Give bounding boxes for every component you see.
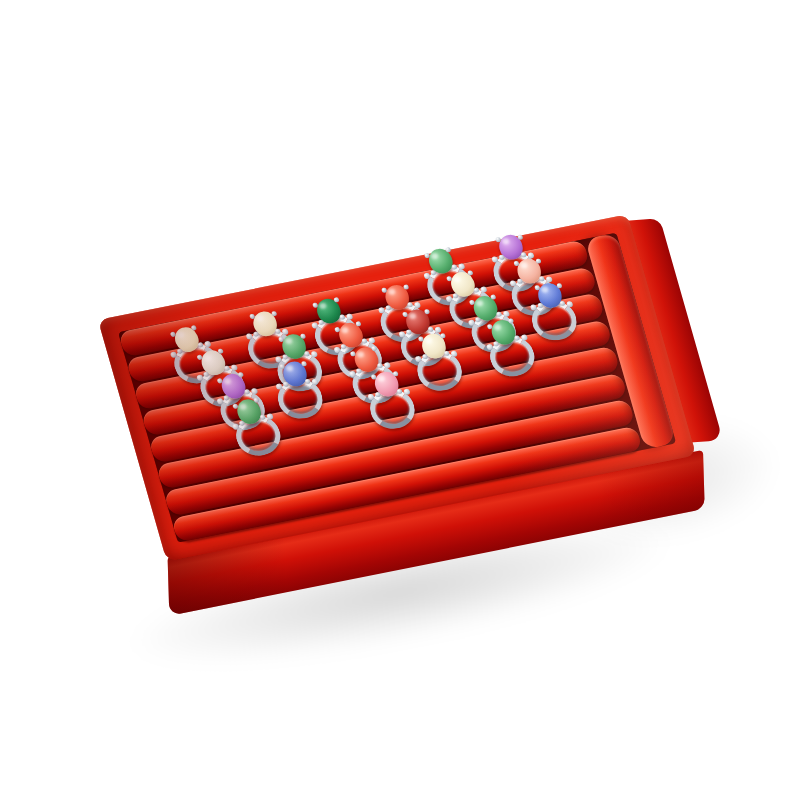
prong: [490, 294, 496, 300]
prong: [375, 391, 381, 397]
prong: [418, 336, 424, 342]
prong: [424, 308, 430, 314]
prong: [521, 252, 527, 257]
prong: [451, 263, 458, 269]
prong: [350, 351, 356, 357]
prong: [440, 333, 446, 339]
prong: [271, 311, 277, 317]
prong: [203, 371, 210, 377]
prong: [301, 361, 307, 367]
prong: [371, 345, 377, 351]
prong: [446, 276, 453, 282]
prong: [487, 324, 494, 330]
prong: [169, 331, 176, 337]
prong: [355, 320, 362, 326]
prong: [513, 261, 519, 266]
prong: [537, 302, 543, 307]
prong: [534, 285, 540, 290]
prong: [402, 311, 408, 317]
prong: [340, 343, 347, 349]
prong: [237, 372, 244, 378]
prong: [249, 314, 255, 320]
prong: [281, 354, 287, 360]
prong: [382, 287, 388, 293]
prong: [467, 270, 474, 276]
prong: [424, 252, 431, 258]
prong: [299, 333, 305, 339]
prong: [333, 297, 339, 303]
prong: [535, 258, 541, 263]
gem-ruby-red: [404, 308, 432, 335]
prong: [277, 336, 283, 342]
prong: [508, 318, 515, 324]
prong: [334, 326, 341, 332]
prong: [517, 278, 523, 283]
prong: [312, 302, 318, 308]
prong: [279, 364, 285, 370]
product-photo: [0, 0, 800, 800]
prong: [190, 325, 197, 331]
prong: [406, 329, 412, 335]
prong: [196, 354, 203, 360]
prong: [371, 374, 377, 380]
prong: [559, 300, 565, 305]
prong: [428, 326, 434, 332]
prong: [517, 234, 523, 239]
prong: [430, 269, 437, 275]
gem-blue: [536, 282, 563, 309]
prong: [217, 348, 224, 354]
prong: [253, 397, 260, 403]
prong: [392, 371, 398, 377]
prong: [216, 378, 223, 384]
prong: [361, 337, 368, 343]
prong: [396, 388, 402, 394]
prong: [303, 351, 309, 357]
prong: [469, 299, 475, 305]
prong: [403, 284, 409, 290]
prong: [224, 365, 231, 371]
prong: [499, 254, 505, 259]
prong: [232, 403, 239, 409]
prong: [539, 276, 545, 281]
prong: [556, 283, 562, 288]
prong: [445, 246, 452, 252]
prong: [495, 236, 501, 241]
